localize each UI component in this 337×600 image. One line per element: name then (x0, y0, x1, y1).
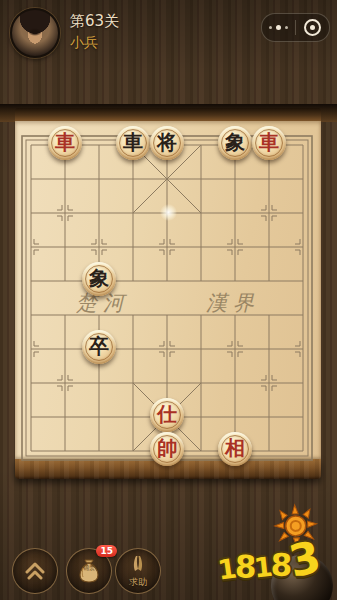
piece-glyph: 帥 (157, 431, 177, 465)
piece-black[interactable]: 将 (150, 126, 184, 160)
piece-red[interactable]: 車 (252, 126, 286, 160)
exit-circle-icon (304, 19, 321, 36)
rank-title-label: 小兵 (70, 34, 98, 52)
badge-count: 15 (96, 545, 117, 557)
praying-hands-icon (126, 554, 150, 576)
header: 第63关 小兵 (0, 0, 337, 64)
expand-button[interactable] (12, 548, 58, 594)
piece-glyph: 仕 (157, 397, 177, 431)
piece-glyph: 卒 (89, 329, 109, 363)
piece-red[interactable]: 相 (218, 432, 252, 466)
more-dots-icon (285, 26, 288, 29)
18183-watermark: 18183 (212, 497, 337, 600)
piece-glyph: 車 (55, 125, 75, 159)
avatar[interactable] (10, 8, 60, 58)
piece-glyph: 相 (225, 431, 245, 465)
chevron-up-icon (24, 562, 46, 580)
exit-button[interactable] (296, 14, 329, 41)
piece-glyph: 象 (225, 125, 245, 159)
piece-red[interactable]: 車 (48, 126, 82, 160)
piece-glyph: 将 (157, 125, 177, 159)
piece-glyph: 車 (259, 125, 279, 159)
help-label: 求助 (129, 576, 147, 589)
help-button[interactable]: 求助 (115, 548, 161, 594)
logo-digits: 18183 (216, 533, 321, 589)
game-screen: 第63关 小兵 楚河 漢界 車車将象車象卒仕帥相 (0, 0, 337, 600)
level-label: 第63关 (70, 12, 119, 31)
more-dots-icon (269, 26, 272, 29)
piece-black[interactable]: 象 (82, 262, 116, 296)
bag-label: 锦囊 (83, 564, 95, 573)
more-dots-icon (276, 25, 281, 30)
piece-black[interactable]: 車 (116, 126, 150, 160)
hint-bag-button[interactable]: 锦囊 15 (66, 548, 112, 594)
piece-black[interactable]: 象 (218, 126, 252, 160)
miniprogram-capsule (261, 13, 330, 42)
more-menu-button[interactable] (262, 14, 295, 41)
piece-glyph: 車 (123, 125, 143, 159)
piece-black[interactable]: 卒 (82, 330, 116, 364)
piece-red[interactable]: 仕 (150, 398, 184, 432)
piece-red[interactable]: 帥 (150, 432, 184, 466)
piece-glyph: 象 (89, 261, 109, 295)
